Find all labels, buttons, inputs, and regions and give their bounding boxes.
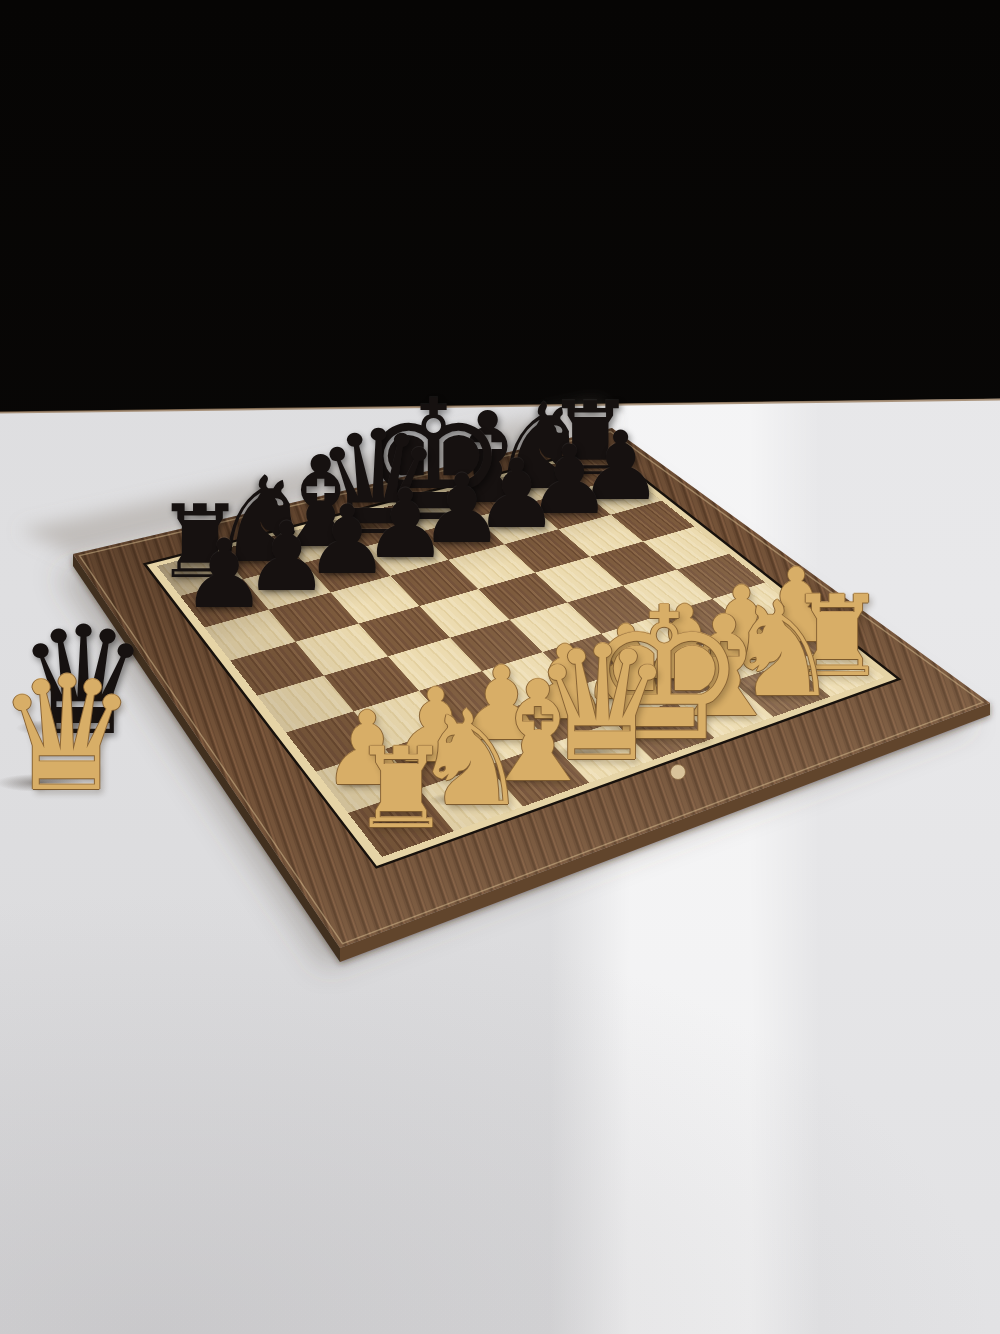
piece-white-rook-a1: ♜ (351, 733, 451, 844)
piece-black-pawn-a7: ♟ (182, 527, 267, 622)
chess-photo-scene: ♜♞♟♝♟♚♟♛♟♝♟♞♟♜♟♟♟♟♜♟♞♟♝♟♛♚♟♛♟♝♟♛♞♜ (0, 0, 1000, 1334)
pieces-layer: ♜♞♟♝♟♚♟♛♟♝♟♞♟♜♟♟♟♟♜♟♞♟♝♟♛♚♟♛♟♝♟♛♞♜ (0, 0, 1000, 1334)
spare-white-queen: ♛ (0, 655, 138, 813)
